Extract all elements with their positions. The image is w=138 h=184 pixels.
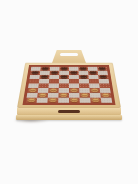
light-piece: ⛂ — [90, 97, 101, 102]
square-h1 — [101, 98, 112, 103]
dark-piece: ⛂ — [59, 74, 69, 78]
dark-piece: ⛂ — [78, 66, 88, 70]
wooden-tray-frame: ⛂⛂⛂⛂⛂⛂⛂⛂⛂⛂⛂⛂⛂⛂⛂⛂⛂⛂⛂⛂⛂⛂⛂⛂ — [17, 63, 121, 108]
dark-piece: ⛂ — [39, 74, 49, 78]
front-rail — [17, 108, 121, 115]
dark-piece: ⛂ — [88, 70, 98, 74]
front-handle-slot — [58, 110, 80, 113]
light-piece: ⛂ — [37, 92, 48, 97]
light-piece: ⛂ — [69, 87, 79, 92]
board-red-border: ⛂⛂⛂⛂⛂⛂⛂⛂⛂⛂⛂⛂⛂⛂⛂⛂⛂⛂⛂⛂⛂⛂⛂⛂ — [22, 65, 115, 105]
light-piece: ⛂ — [26, 97, 37, 102]
dark-piece: ⛂ — [30, 70, 40, 74]
square-a1: ⛂ — [26, 98, 37, 103]
light-piece: ⛂ — [89, 87, 100, 92]
light-piece: ⛂ — [100, 92, 111, 97]
light-piece: ⛂ — [47, 97, 58, 102]
tray-base-edge — [16, 115, 122, 120]
checkers-board: ⛂⛂⛂⛂⛂⛂⛂⛂⛂⛂⛂⛂⛂⛂⛂⛂⛂⛂⛂⛂⛂⛂⛂⛂ — [26, 67, 112, 103]
square-g1: ⛂ — [90, 98, 101, 103]
square-e1: ⛂ — [69, 98, 80, 103]
light-piece: ⛂ — [58, 92, 69, 97]
square-f1 — [80, 98, 91, 103]
dark-piece: ⛂ — [59, 66, 69, 70]
light-piece: ⛂ — [79, 92, 90, 97]
dark-piece: ⛂ — [40, 66, 50, 70]
dark-piece: ⛂ — [79, 74, 89, 78]
dark-piece: ⛂ — [50, 70, 60, 74]
dark-piece: ⛂ — [69, 70, 79, 74]
square-c1: ⛂ — [47, 98, 58, 103]
light-piece: ⛂ — [27, 87, 38, 92]
dark-piece: ⛂ — [97, 66, 107, 70]
back-carry-handle — [52, 50, 86, 63]
square-d1 — [58, 98, 69, 103]
square-b1 — [37, 98, 48, 103]
dark-piece: ⛂ — [98, 74, 108, 78]
light-piece: ⛂ — [69, 97, 80, 102]
product-photo-scene: ⛂⛂⛂⛂⛂⛂⛂⛂⛂⛂⛂⛂⛂⛂⛂⛂⛂⛂⛂⛂⛂⛂⛂⛂ — [16, 46, 122, 124]
back-handle-slot — [60, 53, 78, 56]
light-piece: ⛂ — [48, 87, 59, 92]
